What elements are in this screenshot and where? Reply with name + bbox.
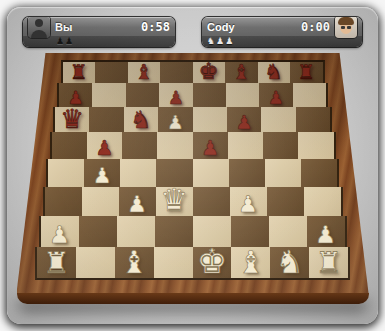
piece-white-b-f1[interactable]: ♝	[237, 247, 265, 278]
captured-white-p-icon: ♟	[216, 37, 224, 46]
square-g5[interactable]	[263, 132, 298, 159]
board-row-rank-1: ♜♝♚♝♞♜	[35, 247, 350, 280]
piece-red-k-e8[interactable]: ♚	[199, 60, 219, 83]
square-g2[interactable]	[269, 216, 307, 247]
square-g1[interactable]: ♞	[270, 247, 309, 278]
square-e7[interactable]	[193, 83, 226, 107]
square-a4[interactable]	[48, 159, 84, 187]
square-f4[interactable]	[229, 159, 265, 187]
square-f1[interactable]: ♝	[231, 247, 270, 278]
square-e3[interactable]	[193, 187, 230, 217]
square-b7[interactable]	[92, 83, 125, 107]
piece-white-r-h1[interactable]: ♜	[315, 248, 342, 278]
square-d3[interactable]: ♛	[156, 187, 193, 217]
piece-white-p-c3[interactable]: ♟	[127, 193, 147, 216]
board-row-rank-4: ♟	[46, 159, 339, 187]
player-bar-left: Вы 0:58 ♟♟	[23, 17, 175, 47]
piece-white-b-c1[interactable]: ♝	[120, 247, 148, 278]
square-c5[interactable]	[122, 132, 157, 159]
board-row-rank-7: ♟♟♟	[57, 83, 328, 107]
glasses-icon	[341, 26, 345, 29]
piece-white-q-d3[interactable]: ♛	[160, 185, 188, 216]
square-d7[interactable]: ♟	[159, 83, 192, 107]
square-g6[interactable]	[261, 107, 295, 132]
piece-red-b-c8[interactable]: ♝	[135, 62, 153, 83]
square-c1[interactable]: ♝	[115, 247, 154, 278]
square-h3[interactable]	[304, 187, 341, 217]
square-a6[interactable]: ♛	[55, 107, 89, 132]
square-g7[interactable]: ♟	[259, 83, 292, 107]
square-f8[interactable]: ♝	[225, 62, 258, 83]
chess-app-window: Вы 0:58 ♟♟ Cody 0:00 ♞♟♟ ♜♝♚♝♞♜♟♟♟♛♞♟♟♟♟…	[7, 7, 378, 324]
board-row-rank-6: ♛♞♟♟	[53, 107, 332, 132]
square-d4[interactable]	[156, 159, 192, 187]
player-right-captured-tray: ♞♟♟	[202, 36, 362, 47]
piece-red-b-f8[interactable]: ♝	[232, 62, 250, 83]
square-c7[interactable]	[126, 83, 159, 107]
square-h8[interactable]: ♜	[290, 62, 323, 83]
square-g8[interactable]: ♞	[258, 62, 291, 83]
piece-red-p-g7[interactable]: ♟	[268, 89, 284, 107]
square-e8[interactable]: ♚	[193, 62, 226, 83]
captured-black-p-icon: ♟	[65, 37, 73, 46]
player-right-main: Cody 0:00	[202, 17, 362, 36]
square-c8[interactable]: ♝	[128, 62, 161, 83]
player-left-clock: 0:58	[141, 20, 170, 34]
board-row-rank-2: ♟♟	[39, 216, 347, 247]
square-c6[interactable]: ♞	[124, 107, 158, 132]
board-row-rank-3: ♟♛♟	[43, 187, 343, 217]
square-h5[interactable]	[298, 132, 333, 159]
square-d2[interactable]	[155, 216, 193, 247]
player-right-name: Cody	[207, 21, 296, 33]
captured-white-p-icon: ♟	[225, 37, 233, 46]
square-e6[interactable]	[193, 107, 227, 132]
square-f5[interactable]	[228, 132, 263, 159]
piece-white-k-e1[interactable]: ♚	[197, 244, 227, 278]
square-b4[interactable]: ♟	[84, 159, 120, 187]
piece-red-p-b5[interactable]: ♟	[95, 138, 113, 158]
square-d6[interactable]: ♟	[158, 107, 192, 132]
piece-red-n-c6[interactable]: ♞	[130, 108, 152, 132]
square-h2[interactable]: ♟	[307, 216, 345, 247]
piece-red-n-g8[interactable]: ♞	[264, 62, 283, 83]
player-left-main: Вы 0:58	[23, 17, 175, 36]
square-d1[interactable]	[154, 247, 193, 278]
captured-black-p-icon: ♟	[56, 37, 64, 46]
square-d8[interactable]	[160, 62, 193, 83]
square-f6[interactable]: ♟	[227, 107, 261, 132]
square-e5[interactable]: ♟	[193, 132, 228, 159]
square-d5[interactable]	[157, 132, 192, 159]
player-hud: Вы 0:58 ♟♟ Cody 0:00 ♞♟♟	[7, 7, 378, 47]
piece-red-p-f6[interactable]: ♟	[235, 113, 252, 132]
player-bar-right: Cody 0:00 ♞♟♟	[202, 17, 362, 47]
square-g4[interactable]	[265, 159, 301, 187]
square-e4[interactable]	[193, 159, 229, 187]
piece-red-r-h8[interactable]: ♜	[297, 63, 315, 83]
square-a5[interactable]	[52, 132, 87, 159]
square-h1[interactable]: ♜	[309, 247, 348, 278]
square-a7[interactable]: ♟	[59, 83, 92, 107]
chess-board: ♜♝♚♝♞♜♟♟♟♛♞♟♟♟♟♟♟♛♟♟♟♜♝♚♝♞♜	[17, 53, 369, 304]
square-a8[interactable]: ♜	[63, 62, 96, 83]
square-e1[interactable]: ♚	[193, 247, 232, 278]
square-c4[interactable]	[120, 159, 156, 187]
player-right-clock: 0:00	[301, 20, 330, 34]
piece-white-p-d6[interactable]: ♟	[167, 113, 184, 132]
square-c2[interactable]	[117, 216, 155, 247]
piece-red-p-e5[interactable]: ♟	[201, 138, 219, 158]
piece-red-q-a6[interactable]: ♛	[60, 106, 84, 132]
square-h7[interactable]	[293, 83, 326, 107]
square-b3[interactable]	[82, 187, 119, 217]
board-row-rank-8: ♜♝♚♝♞♜	[61, 60, 325, 83]
square-h4[interactable]	[301, 159, 337, 187]
board-area: ♜♝♚♝♞♜♟♟♟♛♞♟♟♟♟♟♟♛♟♟♟♜♝♚♝♞♜	[7, 53, 378, 304]
board-front-edge	[17, 293, 369, 304]
piece-red-p-d7[interactable]: ♟	[168, 89, 184, 107]
player-left-captured-tray: ♟♟	[23, 36, 175, 47]
piece-red-r-a8[interactable]: ♜	[70, 63, 88, 83]
square-a2[interactable]: ♟	[41, 216, 79, 247]
player-left-avatar	[28, 17, 50, 38]
square-b2[interactable]	[79, 216, 117, 247]
piece-white-p-b4[interactable]: ♟	[93, 165, 112, 187]
square-b1[interactable]	[76, 247, 115, 278]
piece-white-r-a1[interactable]: ♜	[43, 248, 70, 278]
square-b5[interactable]: ♟	[87, 132, 122, 159]
piece-white-p-a2[interactable]: ♟	[49, 223, 71, 247]
square-h6[interactable]	[296, 107, 330, 132]
square-f2[interactable]	[231, 216, 269, 247]
captured-white-n-icon: ♞	[207, 37, 215, 46]
wood-frame: ♜♝♚♝♞♜♟♟♟♛♞♟♟♟♟♟♟♛♟♟♟♜♝♚♝♞♜	[17, 53, 369, 293]
square-c3[interactable]: ♟	[119, 187, 156, 217]
square-b8[interactable]	[95, 62, 128, 83]
square-b6[interactable]	[89, 107, 123, 132]
piece-white-p-f3[interactable]: ♟	[238, 193, 258, 216]
piece-white-p-h2[interactable]: ♟	[315, 223, 337, 247]
piece-red-p-a7[interactable]: ♟	[68, 89, 84, 107]
square-a3[interactable]	[45, 187, 82, 217]
board-row-rank-5: ♟♟	[50, 132, 336, 159]
square-g3[interactable]	[267, 187, 304, 217]
player-left-name: Вы	[55, 21, 136, 33]
square-e2[interactable]	[193, 216, 231, 247]
piece-white-n-g1[interactable]: ♞	[276, 247, 304, 279]
square-a1[interactable]: ♜	[37, 247, 76, 278]
square-f3[interactable]: ♟	[230, 187, 267, 217]
square-f7[interactable]	[226, 83, 259, 107]
player-right-avatar	[335, 17, 357, 38]
